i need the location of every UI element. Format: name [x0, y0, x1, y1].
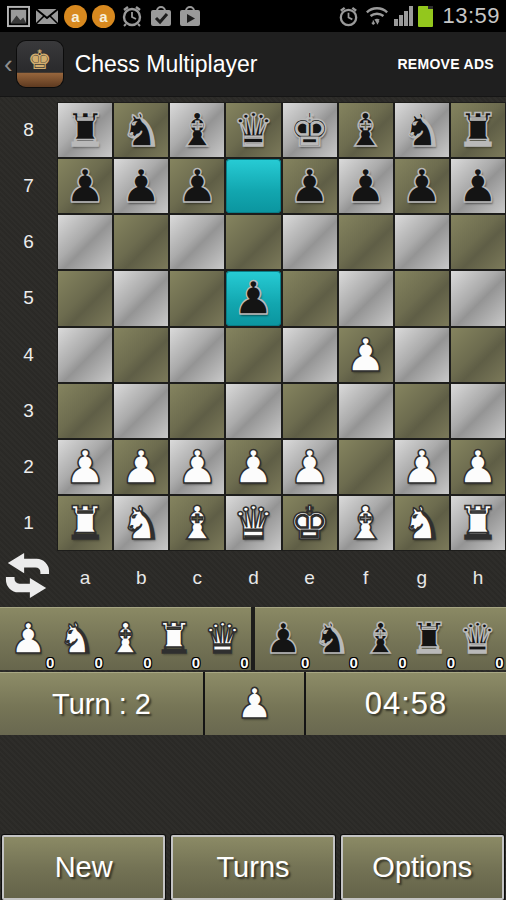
captured-white-bishop: ♝0 [101, 611, 149, 667]
square-e7[interactable]: ♟ [283, 159, 337, 213]
white-queen-piece: ♛ [204, 618, 242, 660]
black-pawn-piece: ♟ [401, 163, 442, 209]
square-h5[interactable] [451, 271, 505, 325]
square-a2[interactable]: ♟ [58, 440, 112, 494]
square-c8[interactable]: ♝ [170, 103, 224, 157]
square-g8[interactable]: ♞ [395, 103, 449, 157]
square-f3[interactable] [339, 384, 393, 438]
white-pawn-piece: ♟ [401, 444, 442, 490]
square-f2[interactable] [339, 440, 393, 494]
square-b7[interactable]: ♟ [114, 159, 168, 213]
square-c4[interactable] [170, 328, 224, 382]
alarm-notification-icon [120, 4, 144, 28]
captured-count: 0 [495, 654, 503, 671]
square-e6[interactable] [283, 215, 337, 269]
rank-label-2: 2 [0, 439, 57, 495]
black-bishop-piece: ♝ [345, 107, 386, 153]
white-bishop-piece: ♝ [177, 500, 218, 546]
new-button[interactable]: New [2, 835, 165, 900]
white-knight-piece: ♞ [58, 618, 96, 660]
side-to-move-indicator: ♟ [205, 672, 304, 735]
square-f8[interactable]: ♝ [339, 103, 393, 157]
square-b6[interactable] [114, 215, 168, 269]
file-label-g: g [394, 551, 450, 605]
square-g1[interactable]: ♞ [395, 496, 449, 550]
white-pawn-piece: ♟ [289, 444, 330, 490]
email-icon [35, 4, 59, 28]
square-a5[interactable] [58, 271, 112, 325]
square-h1[interactable]: ♜ [451, 496, 505, 550]
black-pawn-piece: ♟ [64, 163, 105, 209]
captured-black-rook: ♜0 [405, 611, 453, 667]
rank-label-5: 5 [0, 270, 57, 326]
black-queen-piece: ♛ [233, 107, 274, 153]
chess-board: ♜♞♝♛♚♝♞♜♟♟♟♟♟♟♟♟♟♟♟♟♟♟♟♟♜♞♝♛♚♝♞♜ [57, 102, 506, 551]
square-d5[interactable]: ♟ [226, 271, 280, 325]
remove-ads-button[interactable]: REMOVE ADS [397, 56, 494, 72]
battery-icon [418, 6, 433, 27]
file-label-c: c [169, 551, 225, 605]
square-b3[interactable] [114, 384, 168, 438]
white-bishop-piece: ♝ [107, 618, 145, 660]
rank-label-6: 6 [0, 214, 57, 270]
captured-white-panel: ♟0♞0♝0♜0♛0 [0, 607, 251, 670]
white-pawn-piece: ♟ [345, 332, 386, 378]
white-rook-piece: ♜ [155, 618, 193, 660]
square-h4[interactable] [451, 328, 505, 382]
file-label-a: a [57, 551, 113, 605]
captured-white-queen: ♛0 [199, 611, 247, 667]
captured-count: 0 [240, 654, 248, 671]
turn-bar: Turn : 2 ♟ 04:58 [0, 672, 506, 735]
turn-counter: Turn : 2 [0, 672, 203, 735]
square-d7[interactable] [226, 159, 280, 213]
captured-white-knight: ♞0 [53, 611, 101, 667]
file-labels: abcdefgh [57, 551, 506, 605]
captured-pieces-tray: ♟0♞0♝0♜0♛0 ♟0♞0♝0♜0♛0 [0, 607, 506, 670]
black-rook-piece: ♜ [457, 107, 498, 153]
square-a6[interactable] [58, 215, 112, 269]
square-e4[interactable] [283, 328, 337, 382]
store-play-icon [178, 4, 202, 28]
black-knight-piece: ♞ [401, 107, 442, 153]
square-e5[interactable] [283, 271, 337, 325]
captured-white-pawn: ♟0 [4, 611, 52, 667]
square-e8[interactable]: ♚ [283, 103, 337, 157]
app-a-icon: a [64, 5, 87, 28]
square-h7[interactable]: ♟ [451, 159, 505, 213]
status-bar: a a 13:59 [0, 0, 506, 32]
white-pawn-piece: ♟ [233, 444, 274, 490]
back-chevron-icon[interactable]: ‹ [2, 51, 15, 77]
file-label-f: f [338, 551, 394, 605]
file-label-e: e [282, 551, 338, 605]
square-d8[interactable]: ♛ [226, 103, 280, 157]
app-a-icon: a [92, 5, 115, 28]
notification-icons: a a [6, 4, 202, 28]
square-c6[interactable] [170, 215, 224, 269]
white-king-piece: ♚ [289, 500, 330, 546]
square-a1[interactable]: ♜ [58, 496, 112, 550]
rank-label-7: 7 [0, 158, 57, 214]
white-queen-piece: ♛ [233, 500, 274, 546]
white-knight-piece: ♞ [121, 500, 162, 546]
square-a4[interactable] [58, 328, 112, 382]
square-f1[interactable]: ♝ [339, 496, 393, 550]
square-b1[interactable]: ♞ [114, 496, 168, 550]
store-check-icon [149, 4, 173, 28]
wifi-icon [365, 4, 389, 28]
gallery-icon [6, 4, 30, 28]
square-b8[interactable]: ♞ [114, 103, 168, 157]
captured-white-rook: ♜0 [150, 611, 198, 667]
square-c1[interactable]: ♝ [170, 496, 224, 550]
square-b5[interactable] [114, 271, 168, 325]
square-h6[interactable] [451, 215, 505, 269]
white-pawn-piece: ♟ [177, 444, 218, 490]
captured-black-queen: ♛0 [454, 611, 502, 667]
white-pawn-piece: ♟ [457, 444, 498, 490]
rank-label-1: 1 [0, 495, 57, 551]
square-g5[interactable] [395, 271, 449, 325]
square-a8[interactable]: ♜ [58, 103, 112, 157]
app-screen: a a 13:59 ‹ [0, 0, 506, 900]
black-pawn-piece: ♟ [345, 163, 386, 209]
file-label-d: d [225, 551, 281, 605]
black-rook-piece: ♜ [64, 107, 105, 153]
clock-time: 13:59 [442, 3, 500, 29]
rank-label-4: 4 [0, 327, 57, 383]
app-header: ‹ ♚ Chess Multiplayer REMOVE ADS [0, 32, 506, 97]
rank-label-8: 8 [0, 102, 57, 158]
square-g6[interactable] [395, 215, 449, 269]
square-e2[interactable]: ♟ [283, 440, 337, 494]
square-g4[interactable] [395, 328, 449, 382]
black-bishop-piece: ♝ [177, 107, 218, 153]
white-knight-piece: ♞ [401, 500, 442, 546]
square-c2[interactable]: ♟ [170, 440, 224, 494]
square-d3[interactable] [226, 384, 280, 438]
black-rook-piece: ♜ [410, 618, 448, 660]
rank-labels: 87654321 [0, 102, 57, 551]
system-status-icons: 13:59 [336, 3, 500, 29]
square-f6[interactable] [339, 215, 393, 269]
square-h8[interactable]: ♜ [451, 103, 505, 157]
captured-black-pawn: ♟0 [259, 611, 307, 667]
flip-board-button[interactable] [4, 552, 50, 600]
square-c3[interactable] [170, 384, 224, 438]
captured-black-panel: ♟0♞0♝0♜0♛0 [255, 607, 506, 670]
square-d1[interactable]: ♛ [226, 496, 280, 550]
black-bishop-piece: ♝ [362, 618, 400, 660]
square-c7[interactable]: ♟ [170, 159, 224, 213]
page-title: Chess Multiplayer [75, 51, 258, 78]
white-pawn-piece: ♟ [64, 444, 105, 490]
square-e1[interactable]: ♚ [283, 496, 337, 550]
square-h2[interactable]: ♟ [451, 440, 505, 494]
action-button-bar: New Turns Options [0, 833, 506, 900]
square-b2[interactable]: ♟ [114, 440, 168, 494]
file-label-h: h [450, 551, 506, 605]
black-knight-piece: ♞ [121, 107, 162, 153]
square-f4[interactable]: ♟ [339, 328, 393, 382]
square-a3[interactable] [58, 384, 112, 438]
white-rook-piece: ♜ [457, 500, 498, 546]
black-pawn-piece: ♟ [264, 618, 302, 660]
square-g3[interactable] [395, 384, 449, 438]
black-pawn-piece: ♟ [457, 163, 498, 209]
square-a7[interactable]: ♟ [58, 159, 112, 213]
square-g2[interactable]: ♟ [395, 440, 449, 494]
square-d6[interactable] [226, 215, 280, 269]
captured-black-knight: ♞0 [308, 611, 356, 667]
black-pawn-piece: ♟ [177, 163, 218, 209]
white-bishop-piece: ♝ [345, 500, 386, 546]
white-rook-piece: ♜ [64, 500, 105, 546]
square-f7[interactable]: ♟ [339, 159, 393, 213]
square-d4[interactable] [226, 328, 280, 382]
black-king-piece: ♚ [289, 107, 330, 153]
options-button[interactable]: Options [341, 835, 504, 900]
turns-button[interactable]: Turns [171, 835, 334, 900]
white-pawn-piece: ♟ [9, 618, 47, 660]
square-g7[interactable]: ♟ [395, 159, 449, 213]
black-pawn-piece: ♟ [121, 163, 162, 209]
alarm-icon [336, 4, 360, 28]
app-logo-icon: ♚ [17, 41, 63, 87]
move-timer: 04:58 [306, 672, 506, 735]
square-f5[interactable] [339, 271, 393, 325]
square-c5[interactable] [170, 271, 224, 325]
white-pawn-piece: ♟ [121, 444, 162, 490]
file-label-b: b [113, 551, 169, 605]
square-h3[interactable] [451, 384, 505, 438]
rank-label-3: 3 [0, 383, 57, 439]
white-pawn-piece: ♟ [236, 683, 274, 725]
black-pawn-piece: ♟ [289, 163, 330, 209]
square-b4[interactable] [114, 328, 168, 382]
black-knight-piece: ♞ [313, 618, 351, 660]
captured-black-bishop: ♝0 [356, 611, 404, 667]
square-e3[interactable] [283, 384, 337, 438]
black-pawn-piece: ♟ [233, 275, 274, 321]
signal-icon [394, 6, 413, 26]
black-queen-piece: ♛ [459, 618, 497, 660]
square-d2[interactable]: ♟ [226, 440, 280, 494]
